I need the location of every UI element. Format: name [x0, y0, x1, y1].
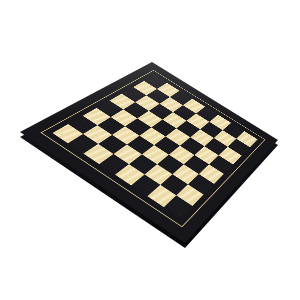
chess-board [20, 62, 278, 243]
scene [0, 0, 300, 300]
